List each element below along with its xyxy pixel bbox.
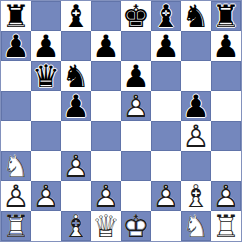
piece-white-rook[interactable]: ♜♖ [211,211,241,241]
square-d7[interactable]: ♟ [91,31,121,61]
piece-black-pawn[interactable]: ♟ [121,61,151,91]
square-c5[interactable]: ♟ [61,91,91,121]
square-c4[interactable] [61,121,91,151]
white-piece-outline-glyph: ♗ [181,181,211,211]
white-piece-fill-glyph: ♞ [1,151,31,181]
square-h3[interactable] [211,151,241,181]
square-g6[interactable] [181,61,211,91]
chess-board: ♜♝♚♝♞♜♟♟♟♟♟♛♞♟♟♟♙♟♟♙♞♘♟♙♟♙♟♙♟♙♟♙♝♗♟♙♜♖♝♗… [0,0,242,242]
white-piece-outline-glyph: ♙ [61,151,91,181]
square-b8[interactable] [31,1,61,31]
white-piece-outline-glyph: ♘ [181,211,211,241]
black-piece-glyph: ♟ [121,61,151,91]
white-piece-outline-glyph: ♙ [91,181,121,211]
white-piece-outline-glyph: ♖ [211,211,241,241]
piece-white-pawn[interactable]: ♟♙ [181,121,211,151]
black-piece-glyph: ♟ [181,91,211,121]
square-g3[interactable] [181,151,211,181]
square-g1[interactable]: ♞♘ [181,211,211,241]
square-d2[interactable]: ♟♙ [91,181,121,211]
black-piece-glyph: ♝ [151,1,181,31]
square-f5[interactable] [151,91,181,121]
square-g4[interactable]: ♟♙ [181,121,211,151]
black-piece-glyph: ♟ [91,31,121,61]
square-d3[interactable] [91,151,121,181]
square-e6[interactable]: ♟ [121,61,151,91]
square-h6[interactable] [211,61,241,91]
white-piece-outline-glyph: ♗ [61,211,91,241]
piece-white-pawn[interactable]: ♟♙ [1,181,31,211]
square-h1[interactable]: ♜♖ [211,211,241,241]
black-piece-glyph: ♝ [61,1,91,31]
piece-white-pawn[interactable]: ♟♙ [151,181,181,211]
square-b3[interactable] [31,151,61,181]
piece-black-bishop[interactable]: ♝ [61,1,91,31]
piece-black-knight[interactable]: ♞ [61,61,91,91]
square-h8[interactable]: ♜ [211,1,241,31]
white-piece-fill-glyph: ♟ [1,181,31,211]
square-a1[interactable]: ♜♖ [1,211,31,241]
white-piece-outline-glyph: ♙ [211,181,241,211]
square-h7[interactable]: ♟ [211,31,241,61]
piece-black-knight[interactable]: ♞ [181,1,211,31]
square-c6[interactable]: ♞ [61,61,91,91]
square-a4[interactable] [1,121,31,151]
square-c8[interactable]: ♝ [61,1,91,31]
white-piece-fill-glyph: ♞ [181,211,211,241]
square-f2[interactable]: ♟♙ [151,181,181,211]
piece-black-pawn[interactable]: ♟ [31,31,61,61]
white-piece-outline-glyph: ♙ [1,181,31,211]
piece-white-pawn[interactable]: ♟♙ [121,91,151,121]
piece-black-bishop[interactable]: ♝ [151,1,181,31]
square-g8[interactable]: ♞ [181,1,211,31]
piece-black-king[interactable]: ♚ [121,1,151,31]
black-piece-glyph: ♜ [1,1,31,31]
piece-white-pawn[interactable]: ♟♙ [91,181,121,211]
square-e1[interactable]: ♚♔ [121,211,151,241]
square-g2[interactable]: ♝♗ [181,181,211,211]
piece-black-pawn[interactable]: ♟ [91,31,121,61]
piece-white-queen[interactable]: ♛♕ [91,211,121,241]
square-d8[interactable] [91,1,121,31]
square-h4[interactable] [211,121,241,151]
square-a3[interactable]: ♞♘ [1,151,31,181]
square-b6[interactable]: ♛ [31,61,61,91]
square-b4[interactable] [31,121,61,151]
square-a6[interactable] [1,61,31,91]
white-piece-fill-glyph: ♝ [181,181,211,211]
square-b2[interactable]: ♟♙ [31,181,61,211]
black-piece-glyph: ♚ [121,1,151,31]
piece-black-pawn[interactable]: ♟ [61,91,91,121]
piece-white-pawn[interactable]: ♟♙ [211,181,241,211]
piece-black-pawn[interactable]: ♟ [1,31,31,61]
square-f3[interactable] [151,151,181,181]
square-d6[interactable] [91,61,121,91]
white-piece-outline-glyph: ♙ [151,181,181,211]
square-a5[interactable] [1,91,31,121]
square-a7[interactable]: ♟ [1,31,31,61]
white-piece-outline-glyph: ♕ [91,211,121,241]
black-piece-glyph: ♟ [31,31,61,61]
piece-white-pawn[interactable]: ♟♙ [31,181,61,211]
white-piece-fill-glyph: ♟ [121,91,151,121]
piece-white-knight[interactable]: ♞♘ [1,151,31,181]
black-piece-glyph: ♟ [211,31,241,61]
square-g5[interactable]: ♟ [181,91,211,121]
piece-white-knight[interactable]: ♞♘ [181,211,211,241]
piece-white-king[interactable]: ♚♔ [121,211,151,241]
piece-black-pawn[interactable]: ♟ [151,31,181,61]
piece-black-rook[interactable]: ♜ [1,1,31,31]
white-piece-fill-glyph: ♝ [61,211,91,241]
square-b5[interactable] [31,91,61,121]
square-a2[interactable]: ♟♙ [1,181,31,211]
piece-white-pawn[interactable]: ♟♙ [61,151,91,181]
piece-white-bishop[interactable]: ♝♗ [181,181,211,211]
black-piece-glyph: ♞ [181,1,211,31]
square-g7[interactable] [181,31,211,61]
white-piece-fill-glyph: ♟ [181,121,211,151]
black-piece-glyph: ♟ [61,91,91,121]
square-c7[interactable] [61,31,91,61]
square-e4[interactable] [121,121,151,151]
white-piece-fill-glyph: ♛ [91,211,121,241]
black-piece-glyph: ♟ [1,31,31,61]
square-c2[interactable] [61,181,91,211]
square-c3[interactable]: ♟♙ [61,151,91,181]
white-piece-fill-glyph: ♜ [1,211,31,241]
white-piece-outline-glyph: ♖ [1,211,31,241]
piece-black-pawn[interactable]: ♟ [181,91,211,121]
piece-white-rook[interactable]: ♜♖ [1,211,31,241]
white-piece-fill-glyph: ♟ [31,181,61,211]
white-piece-fill-glyph: ♜ [211,211,241,241]
white-piece-fill-glyph: ♟ [211,181,241,211]
square-a8[interactable]: ♜ [1,1,31,31]
black-piece-glyph: ♟ [151,31,181,61]
black-piece-glyph: ♞ [61,61,91,91]
white-piece-outline-glyph: ♔ [121,211,151,241]
square-b7[interactable]: ♟ [31,31,61,61]
square-e5[interactable]: ♟♙ [121,91,151,121]
piece-white-bishop[interactable]: ♝♗ [61,211,91,241]
square-f6[interactable] [151,61,181,91]
piece-black-queen[interactable]: ♛ [31,61,61,91]
square-d5[interactable] [91,91,121,121]
square-f4[interactable] [151,121,181,151]
square-e8[interactable]: ♚ [121,1,151,31]
white-piece-fill-glyph: ♟ [61,151,91,181]
white-piece-outline-glyph: ♙ [121,91,151,121]
square-h5[interactable] [211,91,241,121]
square-d4[interactable] [91,121,121,151]
white-piece-fill-glyph: ♟ [151,181,181,211]
square-e7[interactable] [121,31,151,61]
square-c1[interactable]: ♝♗ [61,211,91,241]
piece-black-pawn[interactable]: ♟ [211,31,241,61]
square-f7[interactable]: ♟ [151,31,181,61]
square-d1[interactable]: ♛♕ [91,211,121,241]
white-piece-outline-glyph: ♙ [181,121,211,151]
white-piece-fill-glyph: ♚ [121,211,151,241]
white-piece-outline-glyph: ♘ [1,151,31,181]
piece-black-rook[interactable]: ♜ [211,1,241,31]
square-f8[interactable]: ♝ [151,1,181,31]
white-piece-fill-glyph: ♟ [91,181,121,211]
square-e3[interactable] [121,151,151,181]
square-e2[interactable] [121,181,151,211]
white-piece-outline-glyph: ♙ [31,181,61,211]
chessboard-screenshot: ♜♝♚♝♞♜♟♟♟♟♟♛♞♟♟♟♙♟♟♙♞♘♟♙♟♙♟♙♟♙♟♙♝♗♟♙♜♖♝♗… [0,0,242,242]
square-b1[interactable] [31,211,61,241]
black-piece-glyph: ♛ [31,61,61,91]
square-f1[interactable] [151,211,181,241]
black-piece-glyph: ♜ [211,1,241,31]
square-h2[interactable]: ♟♙ [211,181,241,211]
